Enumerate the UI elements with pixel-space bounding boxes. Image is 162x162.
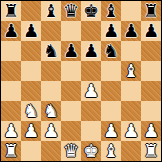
black-pawn-piece[interactable]: ♟	[3, 21, 19, 41]
white-pawn-piece[interactable]: ♟	[23, 121, 39, 141]
black-pawn-piece[interactable]: ♟	[63, 41, 79, 61]
square-f4[interactable]	[101, 81, 121, 101]
square-c8[interactable]: ♝	[41, 1, 61, 21]
black-knight-piece[interactable]: ♞	[103, 41, 119, 61]
square-c4[interactable]	[41, 81, 61, 101]
white-rook-piece[interactable]: ♜	[143, 141, 159, 161]
square-d3[interactable]	[61, 101, 81, 121]
square-a3[interactable]	[1, 101, 21, 121]
square-g6[interactable]	[121, 41, 141, 61]
square-a5[interactable]	[1, 61, 21, 81]
square-h4[interactable]	[141, 81, 161, 101]
square-g7[interactable]: ♟	[121, 21, 141, 41]
square-b3[interactable]: ♞	[21, 101, 41, 121]
square-f2[interactable]: ♟	[101, 121, 121, 141]
black-rook-piece[interactable]: ♜	[143, 1, 159, 21]
square-d5[interactable]	[61, 61, 81, 81]
black-knight-piece[interactable]: ♞	[43, 41, 59, 61]
square-d1[interactable]: ♛	[61, 141, 81, 161]
white-pawn-piece[interactable]: ♟	[143, 121, 159, 141]
black-pawn-piece[interactable]: ♟	[103, 21, 119, 41]
black-bishop-piece[interactable]: ♝	[103, 1, 119, 21]
square-h5[interactable]	[141, 61, 161, 81]
white-pawn-piece[interactable]: ♟	[123, 121, 139, 141]
black-pawn-piece[interactable]: ♟	[23, 21, 39, 41]
square-a4[interactable]	[1, 81, 21, 101]
square-b1[interactable]	[21, 141, 41, 161]
square-h8[interactable]: ♜	[141, 1, 161, 21]
square-c5[interactable]	[41, 61, 61, 81]
square-f1[interactable]: ♝	[101, 141, 121, 161]
square-a6[interactable]	[1, 41, 21, 61]
square-g8[interactable]	[121, 1, 141, 21]
square-b6[interactable]	[21, 41, 41, 61]
square-c6[interactable]: ♞	[41, 41, 61, 61]
white-queen-piece[interactable]: ♛	[63, 141, 79, 161]
square-f7[interactable]: ♟	[101, 21, 121, 41]
square-g4[interactable]	[121, 81, 141, 101]
white-bishop-piece[interactable]: ♝	[103, 141, 119, 161]
black-rook-piece[interactable]: ♜	[3, 1, 19, 21]
square-a1[interactable]: ♜	[1, 141, 21, 161]
square-c7[interactable]	[41, 21, 61, 41]
square-c3[interactable]: ♞	[41, 101, 61, 121]
square-g5[interactable]: ♝	[121, 61, 141, 81]
chess-board: ♜♝♛♚♝♜♟♟♟♟♟♞♟♟♞♝♟♞♞♟♟♟♟♟♟♜♛♚♝♜	[1, 1, 161, 161]
white-pawn-piece[interactable]: ♟	[43, 121, 59, 141]
white-pawn-piece[interactable]: ♟	[3, 121, 19, 141]
square-d8[interactable]: ♛	[61, 1, 81, 21]
black-queen-piece[interactable]: ♛	[63, 1, 79, 21]
square-e7[interactable]	[81, 21, 101, 41]
square-e1[interactable]: ♚	[81, 141, 101, 161]
square-e6[interactable]: ♟	[81, 41, 101, 61]
square-b2[interactable]: ♟	[21, 121, 41, 141]
square-h3[interactable]	[141, 101, 161, 121]
square-g3[interactable]	[121, 101, 141, 121]
square-e3[interactable]	[81, 101, 101, 121]
square-g1[interactable]	[121, 141, 141, 161]
black-pawn-piece[interactable]: ♟	[143, 21, 159, 41]
square-d6[interactable]: ♟	[61, 41, 81, 61]
white-rook-piece[interactable]: ♜	[3, 141, 19, 161]
square-f8[interactable]: ♝	[101, 1, 121, 21]
board-frame: ♜♝♛♚♝♜♟♟♟♟♟♞♟♟♞♝♟♞♞♟♟♟♟♟♟♜♛♚♝♜	[0, 0, 162, 162]
square-a7[interactable]: ♟	[1, 21, 21, 41]
square-h2[interactable]: ♟	[141, 121, 161, 141]
black-pawn-piece[interactable]: ♟	[123, 21, 139, 41]
square-a2[interactable]: ♟	[1, 121, 21, 141]
black-pawn-piece[interactable]: ♟	[83, 41, 99, 61]
square-b8[interactable]	[21, 1, 41, 21]
square-f5[interactable]	[101, 61, 121, 81]
square-g2[interactable]: ♟	[121, 121, 141, 141]
black-bishop-piece[interactable]: ♝	[43, 1, 59, 21]
square-c2[interactable]: ♟	[41, 121, 61, 141]
square-d2[interactable]	[61, 121, 81, 141]
square-d7[interactable]	[61, 21, 81, 41]
square-b5[interactable]	[21, 61, 41, 81]
white-knight-piece[interactable]: ♞	[43, 101, 59, 121]
square-e2[interactable]	[81, 121, 101, 141]
square-b4[interactable]	[21, 81, 41, 101]
square-d4[interactable]	[61, 81, 81, 101]
white-pawn-piece[interactable]: ♟	[103, 121, 119, 141]
square-h7[interactable]: ♟	[141, 21, 161, 41]
square-f3[interactable]	[101, 101, 121, 121]
square-e5[interactable]	[81, 61, 101, 81]
square-e4[interactable]: ♟	[81, 81, 101, 101]
white-knight-piece[interactable]: ♞	[23, 101, 39, 121]
square-c1[interactable]	[41, 141, 61, 161]
white-king-piece[interactable]: ♚	[83, 141, 99, 161]
square-b7[interactable]: ♟	[21, 21, 41, 41]
square-e8[interactable]: ♚	[81, 1, 101, 21]
white-pawn-piece[interactable]: ♟	[83, 81, 99, 101]
white-bishop-piece[interactable]: ♝	[123, 61, 139, 81]
square-a8[interactable]: ♜	[1, 1, 21, 21]
square-h6[interactable]	[141, 41, 161, 61]
square-f6[interactable]: ♞	[101, 41, 121, 61]
square-h1[interactable]: ♜	[141, 141, 161, 161]
black-king-piece[interactable]: ♚	[83, 1, 99, 21]
